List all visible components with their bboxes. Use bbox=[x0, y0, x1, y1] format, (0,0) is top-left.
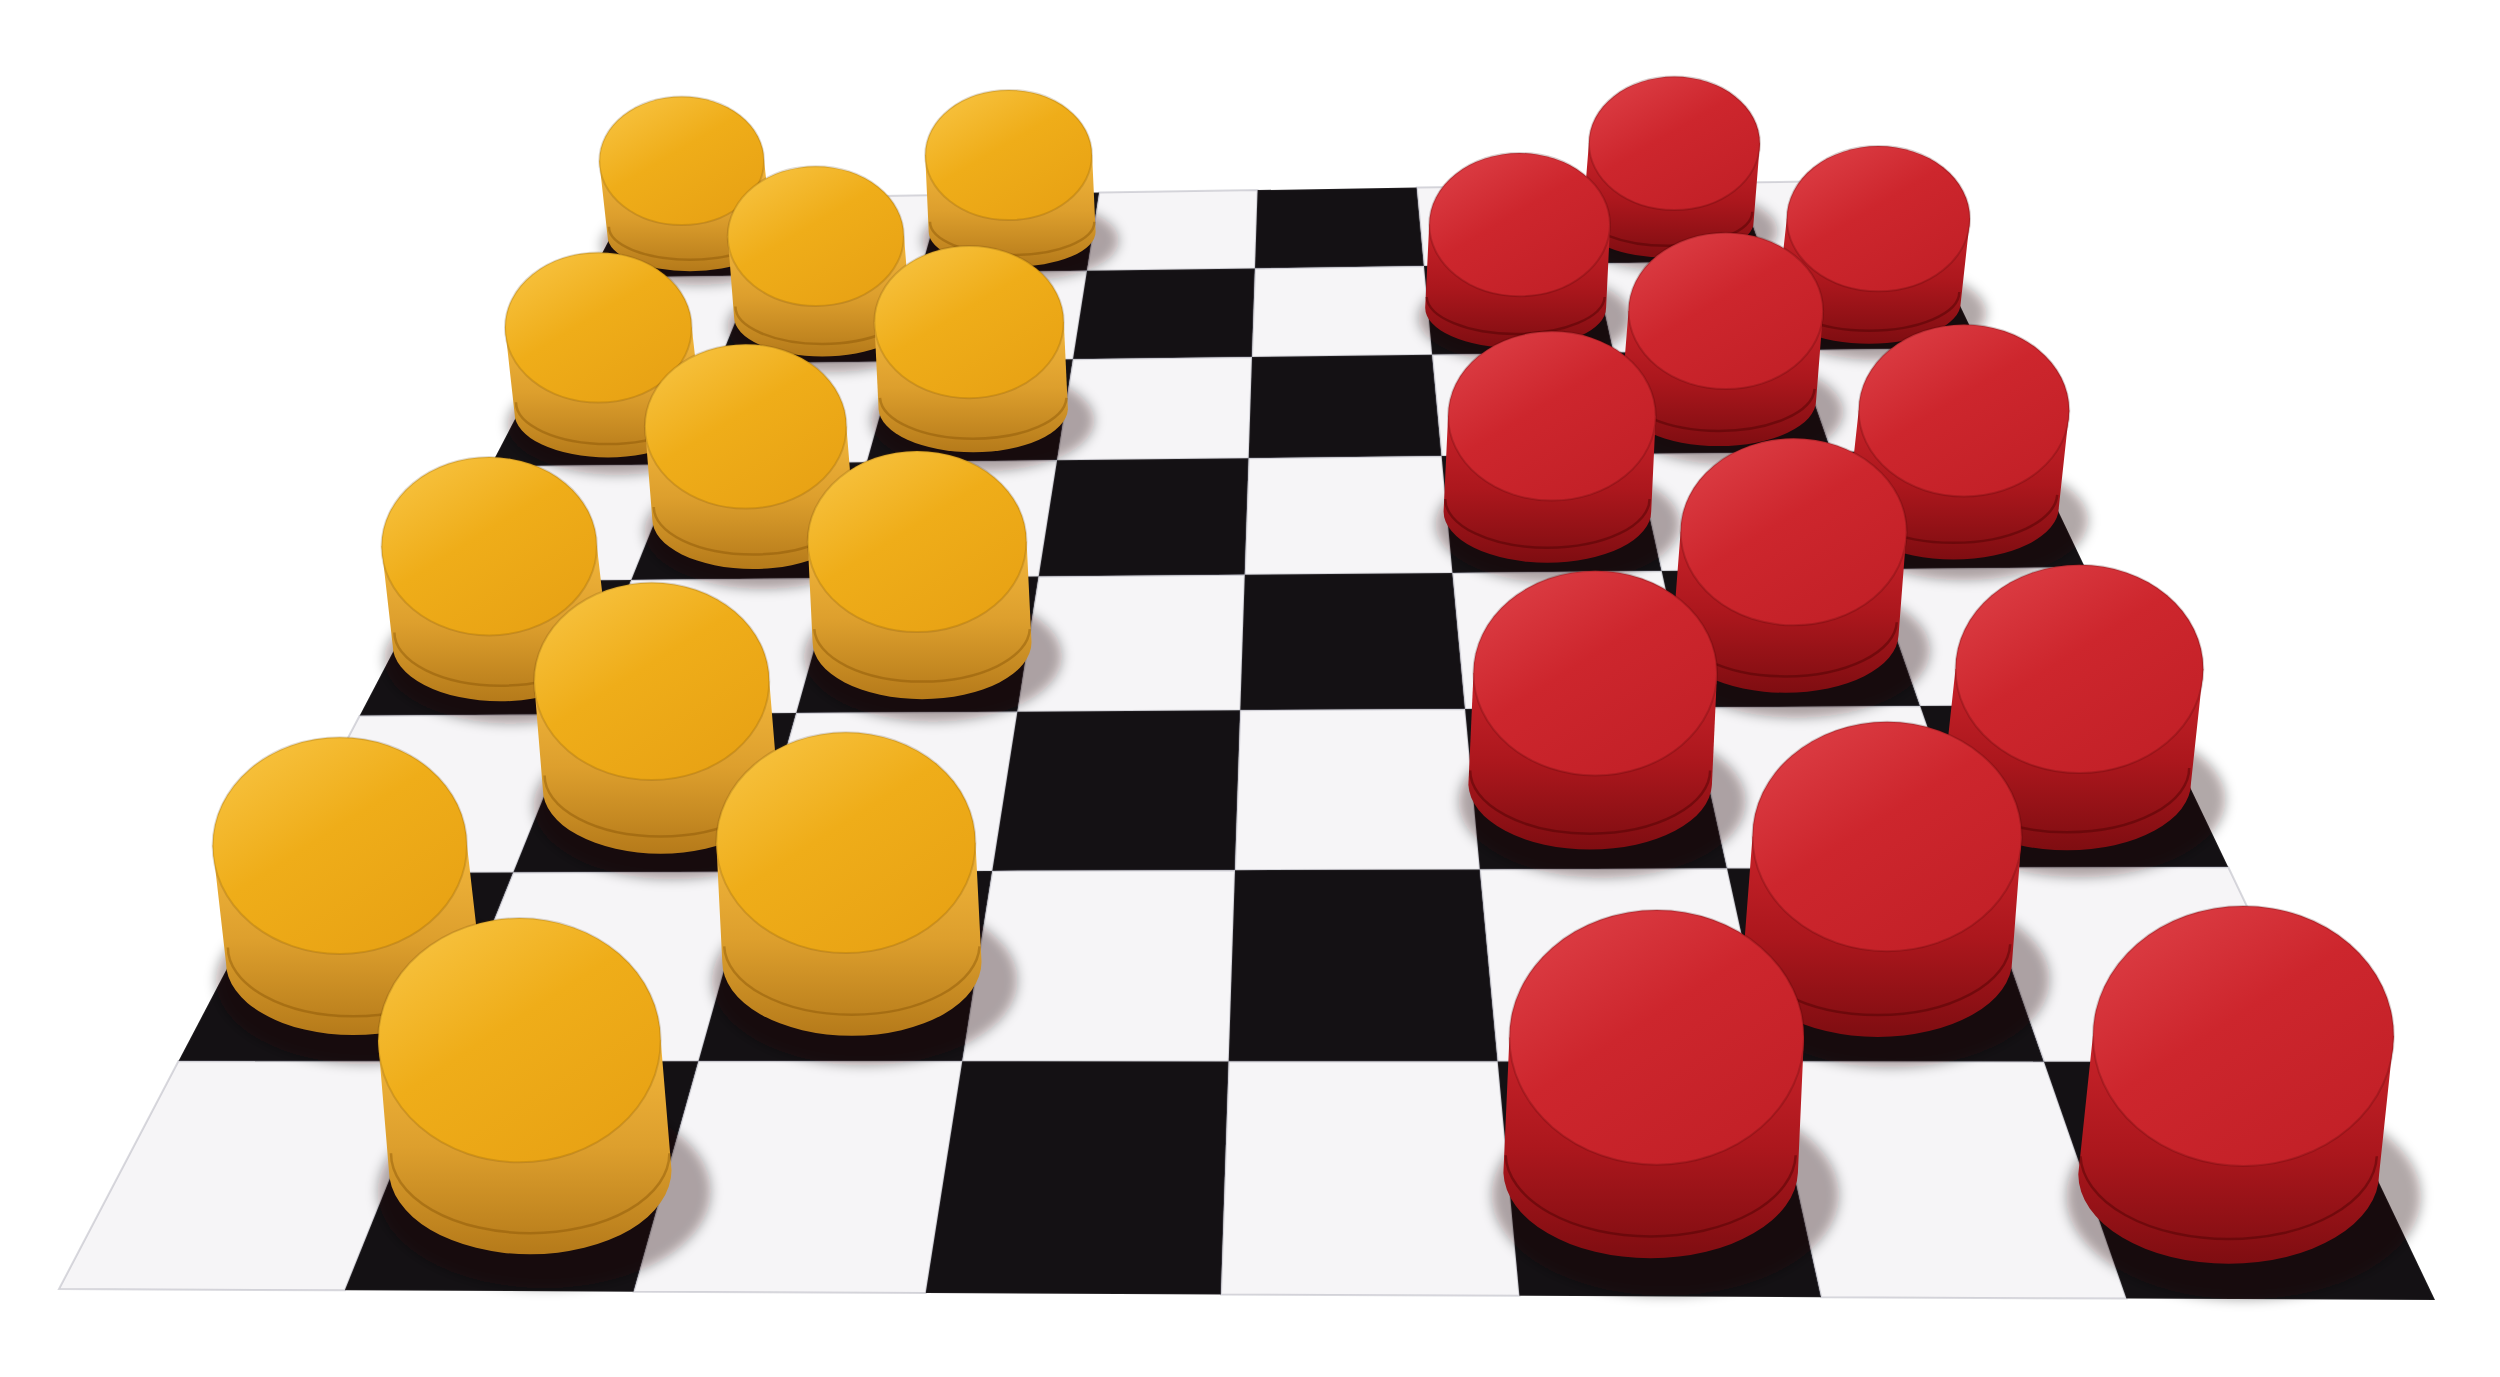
piece-top-face bbox=[2093, 906, 2394, 1166]
piece-top-face bbox=[1629, 233, 1824, 389]
square-e8[interactable] bbox=[1221, 1061, 1519, 1295]
piece-top-face bbox=[1589, 77, 1760, 210]
piece-top-face bbox=[1753, 722, 2022, 951]
square-e6[interactable] bbox=[1235, 709, 1480, 870]
piece-top-face bbox=[213, 737, 467, 954]
scene bbox=[0, 0, 2500, 1377]
piece-top-face bbox=[925, 90, 1092, 220]
piece-top-face bbox=[1429, 153, 1610, 296]
checkers-board bbox=[0, 0, 2500, 1377]
square-d2[interactable] bbox=[1073, 268, 1255, 359]
piece-top-face bbox=[1473, 571, 1717, 776]
square-d8[interactable] bbox=[926, 1061, 1229, 1294]
square-e2[interactable] bbox=[1252, 266, 1432, 357]
piece-top-face bbox=[534, 583, 769, 781]
piece-top-face bbox=[1448, 331, 1656, 500]
piece-top-face bbox=[382, 457, 597, 635]
piece-top-face bbox=[1787, 146, 1970, 291]
piece-top-face bbox=[716, 732, 975, 953]
square-e7[interactable] bbox=[1229, 869, 1498, 1061]
piece-red-h8[interactable] bbox=[2066, 906, 2421, 1300]
piece-top-face bbox=[728, 166, 904, 306]
square-e4[interactable] bbox=[1245, 456, 1453, 575]
piece-top-face bbox=[1509, 910, 1804, 1165]
piece-top-face bbox=[1859, 325, 2070, 497]
piece-top-face bbox=[874, 246, 1063, 398]
square-d6[interactable] bbox=[992, 710, 1240, 871]
piece-top-face bbox=[645, 344, 847, 508]
square-e1[interactable] bbox=[1255, 188, 1424, 269]
square-e3[interactable] bbox=[1249, 355, 1442, 458]
piece-top-face bbox=[808, 451, 1027, 632]
piece-top-face bbox=[378, 918, 661, 1162]
square-d4[interactable] bbox=[1039, 458, 1249, 576]
square-e5[interactable] bbox=[1240, 573, 1465, 710]
piece-top-face bbox=[1681, 438, 1907, 625]
piece-top-face bbox=[1955, 565, 2203, 773]
